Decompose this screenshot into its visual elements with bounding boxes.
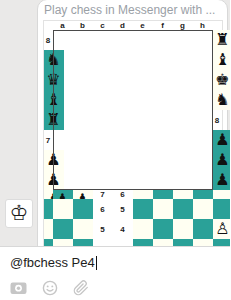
white-pawn-icon: ♙ xyxy=(215,219,229,239)
square-b4 xyxy=(153,219,173,239)
file-label-c-top: c xyxy=(93,21,113,30)
square-b7: ♟ xyxy=(44,150,64,170)
file-label-g-top: g xyxy=(173,21,193,30)
composer: @fbchess Pe4 xyxy=(0,246,230,300)
file-label-f-top: f xyxy=(153,21,173,30)
rank-label-7-left: 7 xyxy=(44,130,53,150)
rank-label-5-left: 5 xyxy=(113,199,133,219)
square-h6 xyxy=(73,199,93,219)
rank-label-5-right: 5 xyxy=(93,219,113,239)
rank-label-8-right: 8 xyxy=(213,110,222,130)
rank-label-6-right: 6 xyxy=(93,199,113,219)
message-input[interactable]: @fbchess Pe4 xyxy=(10,255,220,271)
file-label-e-top: e xyxy=(133,21,153,30)
square-d8: ♛ xyxy=(44,70,64,90)
rank-label-8-left: 8 xyxy=(44,30,53,50)
black-pawn-icon: ♟ xyxy=(215,130,229,150)
text-caret xyxy=(96,256,97,270)
board-corner xyxy=(44,21,53,30)
black-knight-icon: ♞ xyxy=(46,50,60,70)
square-c5 xyxy=(173,199,193,219)
file-label-b-top: b xyxy=(73,21,93,30)
composer-icons xyxy=(10,280,220,296)
square-a4 xyxy=(133,219,153,239)
square-g8: ♞ xyxy=(213,90,231,110)
white-king-avatar-icon: ♔ xyxy=(10,203,29,224)
square-d5 xyxy=(193,199,213,219)
message-input-text: @fbchess Pe4 xyxy=(10,255,95,270)
emoji-icon[interactable] xyxy=(42,280,58,296)
file-label-h-top: h xyxy=(193,21,213,30)
square-e8: ♚ xyxy=(213,70,231,90)
rank-label-7-right: 7 xyxy=(93,190,113,199)
square-a8: ♜ xyxy=(213,30,231,50)
camera-icon[interactable] xyxy=(10,280,27,296)
square-h8: ♜ xyxy=(44,110,64,130)
square-d4 xyxy=(193,219,213,239)
square-g5 xyxy=(53,219,73,239)
black-bishop-icon: ♝ xyxy=(46,90,60,110)
black-pawn-icon: ♟ xyxy=(46,150,60,170)
black-rook-icon: ♜ xyxy=(46,110,60,130)
square-c8: ♝ xyxy=(213,50,231,70)
square-h5 xyxy=(73,219,93,239)
board-border xyxy=(53,30,213,190)
square-e5 xyxy=(213,199,231,219)
rank-label-6-left: 6 xyxy=(113,190,133,199)
square-d7: ♟ xyxy=(44,170,64,190)
square-b8: ♞ xyxy=(44,50,64,70)
square-a7: ♟ xyxy=(213,130,231,150)
square-c7: ♟ xyxy=(213,150,231,170)
black-bishop-icon: ♝ xyxy=(215,50,229,70)
square-e7: ♟ xyxy=(213,170,231,190)
rank-label-4-left: 4 xyxy=(113,219,133,239)
file-label-a-top: a xyxy=(53,21,73,30)
square-c4 xyxy=(173,219,193,239)
bubble-title: Play chess in Messenger with ... xyxy=(38,0,227,19)
black-pawn-icon: ♟ xyxy=(215,170,229,190)
black-king-icon: ♚ xyxy=(215,70,229,90)
black-queen-icon: ♛ xyxy=(46,70,60,90)
attachment-icon[interactable] xyxy=(73,280,89,296)
black-knight-icon: ♞ xyxy=(215,90,229,110)
square-a5 xyxy=(133,199,153,219)
black-pawn-icon: ♟ xyxy=(46,170,60,190)
avatar: ♔ xyxy=(5,199,33,228)
square-e4: ♙ xyxy=(213,219,231,239)
file-label-d-top: d xyxy=(113,21,133,30)
square-b5 xyxy=(153,199,173,219)
square-g6 xyxy=(53,199,73,219)
black-pawn-icon: ♟ xyxy=(215,150,229,170)
conversation-area: Play chess in Messenger with ... abcdefg… xyxy=(0,0,230,246)
black-rook-icon: ♜ xyxy=(215,30,229,50)
board-corner xyxy=(213,21,222,30)
square-f8: ♝ xyxy=(44,90,64,110)
